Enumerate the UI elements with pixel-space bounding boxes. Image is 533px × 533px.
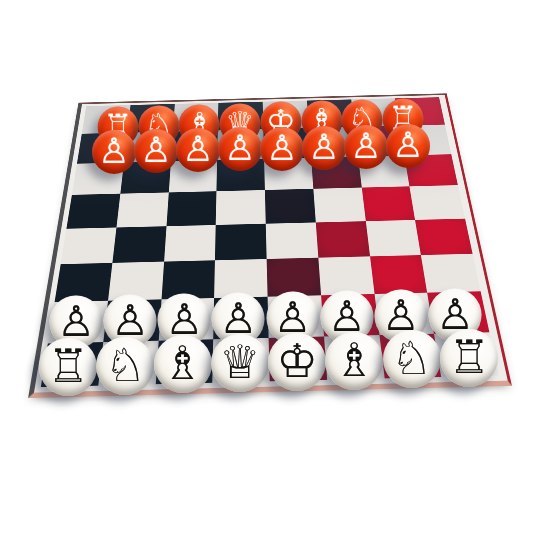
square-c5[interactable]: [166, 191, 217, 226]
piece-white-queen-d1[interactable]: ♕: [211, 334, 269, 392]
square-a4[interactable]: [61, 227, 117, 264]
square-b4[interactable]: [112, 226, 166, 263]
piece-white-bishop-c1[interactable]: ♗: [154, 335, 212, 393]
knight-glyph: ♘: [105, 336, 146, 394]
pawn-glyph: ♙: [224, 126, 255, 170]
piece-white-king-e1[interactable]: ♔: [268, 333, 326, 391]
bishop-glyph: ♗: [334, 331, 375, 389]
pawn-glyph: ♙: [350, 124, 381, 168]
piece-white-bishop-f1[interactable]: ♗: [325, 332, 383, 390]
rook-glyph: ♖: [47, 337, 88, 395]
knight-glyph: ♘: [391, 329, 432, 387]
piece-white-knight-b1[interactable]: ♘: [96, 337, 154, 395]
piece-red-pawn-h7[interactable]: ♙: [386, 124, 430, 168]
pawn-glyph: ♙: [140, 128, 171, 172]
piece-red-pawn-g7[interactable]: ♙: [344, 125, 388, 169]
square-h5[interactable]: [410, 185, 465, 219]
pawn-glyph: ♙: [308, 125, 339, 169]
piece-red-pawn-f7[interactable]: ♙: [302, 126, 346, 170]
piece-white-rook-a1[interactable]: ♖: [39, 338, 97, 396]
square-e5[interactable]: [265, 189, 316, 224]
photo-background: ♖♘♗♕♔♗♘♖♙♙♙♙♙♙♙♙♙♙♙♙♙♙♙♙♖♘♗♕♔♗♘♖: [0, 0, 533, 533]
piece-white-knight-g1[interactable]: ♘: [383, 330, 441, 388]
square-g4[interactable]: [365, 220, 421, 257]
square-a5[interactable]: [66, 194, 120, 229]
piece-red-pawn-d7[interactable]: ♙: [218, 127, 262, 171]
square-f4[interactable]: [316, 221, 370, 258]
king-glyph: ♔: [277, 332, 318, 390]
pawn-glyph: ♙: [182, 127, 213, 171]
square-d4[interactable]: [215, 223, 266, 260]
square-h4[interactable]: [415, 218, 472, 255]
piece-red-pawn-e7[interactable]: ♙: [260, 127, 304, 171]
square-c4[interactable]: [164, 225, 216, 262]
pawn-glyph: ♙: [392, 123, 423, 167]
square-b5[interactable]: [116, 193, 168, 228]
queen-glyph: ♕: [219, 333, 260, 391]
piece-white-rook-h1[interactable]: ♖: [440, 329, 498, 387]
square-e4[interactable]: [266, 222, 318, 259]
rook-glyph: ♖: [448, 328, 489, 386]
piece-red-pawn-a7[interactable]: ♙: [92, 130, 136, 174]
pawn-glyph: ♙: [266, 126, 297, 170]
square-g5[interactable]: [361, 186, 415, 220]
piece-red-pawn-c7[interactable]: ♙: [176, 128, 220, 172]
square-d5[interactable]: [216, 190, 266, 225]
bishop-glyph: ♗: [162, 334, 203, 392]
square-f5[interactable]: [313, 188, 365, 222]
pawn-glyph: ♙: [98, 129, 129, 173]
piece-red-pawn-b7[interactable]: ♙: [134, 129, 178, 173]
